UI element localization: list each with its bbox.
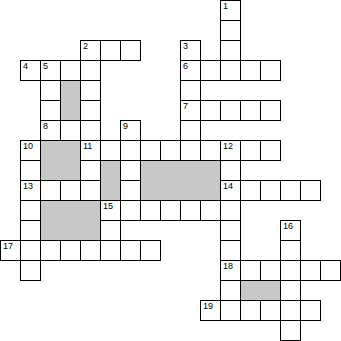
grid-cell[interactable] <box>240 260 261 281</box>
grid-cell[interactable] <box>40 240 61 261</box>
blocked-region <box>140 160 221 201</box>
clue-number: 8 <box>43 121 48 131</box>
grid-cell[interactable] <box>280 300 301 321</box>
grid-cell[interactable] <box>80 80 101 101</box>
grid-cell[interactable] <box>180 120 201 141</box>
grid-cell[interactable] <box>100 240 121 261</box>
grid-cell[interactable]: 6 <box>180 60 201 81</box>
clue-number: 14 <box>223 181 233 191</box>
clue-number: 7 <box>183 101 188 111</box>
grid-cell[interactable] <box>20 160 41 181</box>
grid-cell[interactable] <box>140 200 161 221</box>
grid-cell[interactable] <box>280 260 301 281</box>
grid-cell[interactable]: 2 <box>80 40 101 61</box>
grid-cell[interactable]: 17 <box>0 240 21 261</box>
clue-number: 10 <box>23 141 33 151</box>
grid-cell[interactable]: 4 <box>20 60 41 81</box>
grid-cell[interactable]: 1 <box>220 0 241 21</box>
blocked-region <box>100 160 121 201</box>
grid-cell[interactable] <box>200 200 221 221</box>
grid-cell[interactable] <box>20 240 41 261</box>
grid-cell[interactable]: 14 <box>220 180 241 201</box>
grid-cell[interactable] <box>220 220 241 241</box>
grid-cell[interactable] <box>240 140 261 161</box>
grid-cell[interactable] <box>80 240 101 261</box>
blocked-region <box>40 140 81 181</box>
blocked-region <box>40 200 101 241</box>
clue-number: 18 <box>223 261 233 271</box>
grid-cell[interactable] <box>260 260 281 281</box>
grid-cell[interactable] <box>80 60 101 81</box>
grid-cell[interactable] <box>60 120 81 141</box>
grid-cell[interactable] <box>180 80 201 101</box>
grid-cell[interactable] <box>20 200 41 221</box>
grid-cell[interactable] <box>120 160 141 181</box>
grid-cell[interactable] <box>300 260 321 281</box>
clue-number: 2 <box>83 41 88 51</box>
grid-cell[interactable] <box>320 260 341 281</box>
grid-cell[interactable] <box>40 100 61 121</box>
grid-cell[interactable] <box>300 300 321 321</box>
grid-cell[interactable] <box>280 280 301 301</box>
grid-cell[interactable]: 7 <box>180 100 201 121</box>
grid-cell[interactable] <box>240 300 261 321</box>
grid-cell[interactable] <box>200 140 221 161</box>
grid-cell[interactable] <box>20 220 41 241</box>
grid-cell[interactable]: 5 <box>40 60 61 81</box>
grid-cell[interactable] <box>200 100 221 121</box>
grid-cell[interactable] <box>40 80 61 101</box>
grid-cell[interactable] <box>160 140 181 161</box>
grid-cell[interactable]: 3 <box>180 40 201 61</box>
grid-cell[interactable]: 13 <box>20 180 41 201</box>
grid-cell[interactable] <box>140 140 161 161</box>
clue-number: 15 <box>103 201 113 211</box>
grid-cell[interactable] <box>60 240 81 261</box>
grid-cell[interactable] <box>240 100 261 121</box>
clue-number: 17 <box>3 241 13 251</box>
grid-cell[interactable] <box>300 180 321 201</box>
grid-cell[interactable]: 15 <box>100 200 121 221</box>
grid-cell[interactable] <box>120 40 141 61</box>
crossword-page: 12345678910111213141516171819 <box>0 0 341 341</box>
clue-number: 6 <box>183 61 188 71</box>
crossword-board: 12345678910111213141516171819 <box>0 0 341 341</box>
clue-number: 16 <box>283 221 293 231</box>
grid-cell[interactable] <box>100 140 121 161</box>
grid-cell[interactable] <box>220 200 241 221</box>
clue-number: 3 <box>183 41 188 51</box>
clue-number: 1 <box>223 1 228 11</box>
grid-cell[interactable] <box>60 180 81 201</box>
grid-cell[interactable] <box>240 60 261 81</box>
grid-cell[interactable] <box>280 180 301 201</box>
grid-cell[interactable] <box>220 280 241 301</box>
grid-cell[interactable] <box>260 180 281 201</box>
clue-number: 19 <box>203 301 213 311</box>
clue-number: 4 <box>23 61 28 71</box>
clue-number: 11 <box>83 141 92 151</box>
clue-number: 9 <box>123 121 128 131</box>
blocked-region <box>240 280 281 301</box>
grid-cell[interactable] <box>140 240 161 261</box>
grid-cell[interactable] <box>240 180 261 201</box>
blocked-region <box>60 80 81 121</box>
grid-cell[interactable] <box>220 60 241 81</box>
grid-cell[interactable] <box>80 120 101 141</box>
grid-cell[interactable] <box>80 180 101 201</box>
grid-cell[interactable]: 11 <box>80 140 101 161</box>
grid-cell[interactable] <box>40 180 61 201</box>
grid-cell[interactable] <box>260 100 281 121</box>
grid-cell[interactable]: 19 <box>200 300 221 321</box>
grid-cell[interactable]: 12 <box>220 140 241 161</box>
grid-cell[interactable] <box>120 140 141 161</box>
grid-cell[interactable] <box>220 20 241 41</box>
grid-cell[interactable]: 10 <box>20 140 41 161</box>
grid-cell[interactable] <box>20 260 41 281</box>
grid-cell[interactable] <box>180 140 201 161</box>
grid-cell[interactable] <box>160 200 181 221</box>
grid-cell[interactable] <box>220 240 241 261</box>
grid-cell[interactable]: 9 <box>120 120 141 141</box>
clue-number: 12 <box>223 141 233 151</box>
grid-cell[interactable] <box>220 40 241 61</box>
clue-number: 5 <box>43 61 48 71</box>
grid-cell[interactable] <box>80 100 101 121</box>
grid-cell[interactable] <box>80 160 101 181</box>
grid-cell[interactable] <box>180 200 201 221</box>
grid-cell[interactable]: 8 <box>40 120 61 141</box>
grid-cell[interactable] <box>220 300 241 321</box>
grid-cell[interactable] <box>200 60 221 81</box>
clue-number: 13 <box>23 181 33 191</box>
grid-cell[interactable] <box>60 60 81 81</box>
grid-cell[interactable]: 16 <box>280 220 301 241</box>
grid-cell[interactable] <box>120 200 141 221</box>
grid-cell[interactable] <box>280 320 301 341</box>
grid-cell[interactable] <box>120 240 141 261</box>
grid-cell[interactable] <box>100 220 121 241</box>
grid-cell[interactable] <box>100 40 121 61</box>
grid-cell[interactable] <box>120 180 141 201</box>
grid-cell[interactable] <box>220 100 241 121</box>
grid-cell[interactable] <box>260 60 281 81</box>
grid-cell[interactable] <box>280 240 301 261</box>
grid-cell[interactable]: 18 <box>220 260 241 281</box>
grid-cell[interactable] <box>220 160 241 181</box>
grid-cell[interactable] <box>260 300 281 321</box>
grid-cell[interactable] <box>260 140 281 161</box>
